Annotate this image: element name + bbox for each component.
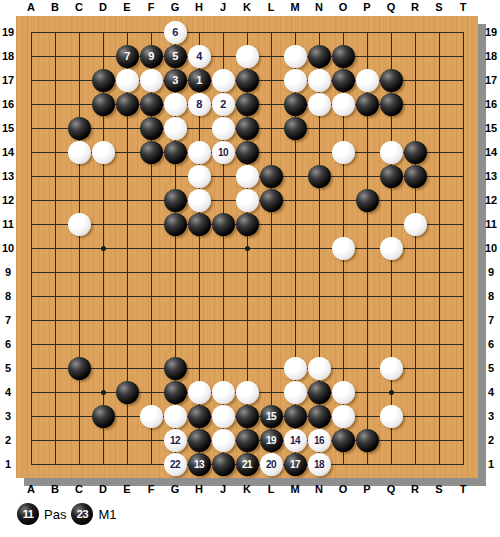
stone-H18: 4 [188,45,211,68]
move-number: 5 [172,50,178,62]
row-label-left: 15 [0,121,16,135]
stone-Q14 [380,141,403,164]
col-label-bottom: O [335,483,351,496]
move-number: 20 [266,459,276,470]
grid-line [31,272,464,273]
row-label-left: 16 [0,97,16,111]
stone-H3 [188,405,211,428]
stone-J2 [212,429,235,452]
move-number: 1 [196,74,202,86]
col-label-bottom: Q [383,483,399,496]
stone-D3 [92,405,115,428]
col-label-top: D [95,1,111,14]
stone-O17 [332,69,355,92]
stone-O18 [332,45,355,68]
star-point [389,390,394,395]
col-label-bottom: L [263,483,279,496]
col-label-bottom: E [119,483,135,496]
col-label-top: L [263,1,279,14]
stone-L2: 19 [260,429,283,452]
row-label-left: 2 [0,433,16,447]
col-label-top: E [119,1,135,14]
stone-H1: 13 [188,453,211,476]
col-label-bottom: A [23,483,39,496]
stone-L3: 15 [260,405,283,428]
row-label-right: 13 [483,169,499,183]
grid-line [31,344,464,345]
grid-line [463,32,464,465]
stone-K11 [236,213,259,236]
go-diagram: 11 Pas 23 M1 AA1919BB1818CC1717DD1616EE1… [0,0,500,537]
move-number: 4 [196,50,202,62]
col-label-top: H [191,1,207,14]
stone-N5 [308,357,331,380]
stone-Q17 [380,69,403,92]
row-label-left: 19 [0,25,16,39]
stone-H11 [188,213,211,236]
row-label-left: 12 [0,193,16,207]
stone-K18 [236,45,259,68]
stone-K12 [236,189,259,212]
row-label-left: 1 [0,457,16,471]
stone-M4 [284,381,307,404]
stone-Q13 [380,165,403,188]
stone-C15 [68,117,91,140]
col-label-bottom: J [215,483,231,496]
col-label-top: N [311,1,327,14]
move-number: 6 [172,26,178,38]
col-label-top: G [167,1,183,14]
row-label-right: 11 [483,217,499,231]
move-number: 19 [266,435,276,446]
move-number: 12 [170,435,180,446]
stone-C11 [68,213,91,236]
stone-J3 [212,405,235,428]
stone-G5 [164,357,187,380]
stone-M16 [284,93,307,116]
col-label-bottom: F [143,483,159,496]
stone-H4 [188,381,211,404]
move-number: 9 [148,50,154,62]
row-label-right: 16 [483,97,499,111]
col-label-top: A [23,1,39,14]
row-label-left: 17 [0,73,16,87]
stone-N13 [308,165,331,188]
row-label-left: 5 [0,361,16,375]
stone-M5 [284,357,307,380]
star-point [245,246,250,251]
stone-P16 [356,93,379,116]
row-label-right: 7 [483,313,499,327]
stone-O14 [332,141,355,164]
stone-N4 [308,381,331,404]
caption-move-stone: 11 [17,503,39,525]
stone-O16 [332,93,355,116]
stone-P12 [356,189,379,212]
stone-N2: 16 [308,429,331,452]
col-label-bottom: S [431,483,447,496]
stone-J15 [212,117,235,140]
row-label-right: 3 [483,409,499,423]
stone-M17 [284,69,307,92]
stone-R14 [404,141,427,164]
stone-K3 [236,405,259,428]
col-label-top: R [407,1,423,14]
row-label-right: 6 [483,337,499,351]
move-number: 17 [290,459,300,470]
row-label-right: 8 [483,289,499,303]
stone-D17 [92,69,115,92]
stone-J4 [212,381,235,404]
move-number: 18 [314,459,324,470]
row-label-right: 19 [483,25,499,39]
col-label-top: J [215,1,231,14]
stone-O3 [332,405,355,428]
row-label-left: 10 [0,241,16,255]
col-label-bottom: P [359,483,375,496]
move-number: 2 [220,98,226,110]
caption: 11 Pas 23 M1 [17,502,116,526]
stone-O10 [332,237,355,260]
stone-G15 [164,117,187,140]
row-label-right: 14 [483,145,499,159]
grid-line [415,32,416,465]
row-label-left: 9 [0,265,16,279]
stone-K2 [236,429,259,452]
row-label-left: 3 [0,409,16,423]
stone-G4 [164,381,187,404]
row-label-left: 6 [0,337,16,351]
stone-D14 [92,141,115,164]
move-number: 22 [170,459,180,470]
col-label-bottom: C [71,483,87,496]
stone-N1: 18 [308,453,331,476]
col-label-bottom: M [287,483,303,496]
col-label-bottom: K [239,483,255,496]
grid-line [31,296,464,297]
row-label-left: 18 [0,49,16,63]
grid-line [271,32,272,465]
stone-H2 [188,429,211,452]
col-label-bottom: T [455,483,471,496]
stone-F17 [140,69,163,92]
row-label-right: 2 [483,433,499,447]
col-label-top: T [455,1,471,14]
move-number: 13 [194,459,204,470]
stone-N3 [308,405,331,428]
col-label-top: K [239,1,255,14]
col-label-top: C [71,1,87,14]
stone-K1: 21 [236,453,259,476]
col-label-top: F [143,1,159,14]
stone-G12 [164,189,187,212]
col-label-top: P [359,1,375,14]
stone-L1: 20 [260,453,283,476]
stone-O2 [332,429,355,452]
stone-H13 [188,165,211,188]
row-label-right: 12 [483,193,499,207]
stone-F3 [140,405,163,428]
stone-P17 [356,69,379,92]
stone-M1: 17 [284,453,307,476]
stone-G19: 6 [164,21,187,44]
move-number: 8 [196,98,202,110]
move-number: 10 [218,147,228,158]
stone-J14: 10 [212,141,235,164]
stone-F14 [140,141,163,164]
move-number: 14 [290,435,300,446]
caption-move-text: M1 [98,507,116,522]
stone-Q3 [380,405,403,428]
stone-G14 [164,141,187,164]
stone-H17: 1 [188,69,211,92]
caption-move-text: Pas [44,507,66,522]
stone-N18 [308,45,331,68]
stone-K16 [236,93,259,116]
stone-H14 [188,141,211,164]
row-label-left: 7 [0,313,16,327]
col-label-bottom: R [407,483,423,496]
stone-J17 [212,69,235,92]
stone-P2 [356,429,379,452]
stone-L12 [260,189,283,212]
stone-M15 [284,117,307,140]
stone-Q16 [380,93,403,116]
stone-M2: 14 [284,429,307,452]
stone-N16 [308,93,331,116]
stone-F16 [140,93,163,116]
stone-H12 [188,189,211,212]
row-label-right: 17 [483,73,499,87]
caption-move-stone: 23 [71,503,93,525]
row-label-right: 9 [483,265,499,279]
row-label-left: 4 [0,385,16,399]
row-label-right: 1 [483,457,499,471]
stone-J1 [212,453,235,476]
stone-E16 [116,93,139,116]
grid-line [439,32,440,465]
stone-K17 [236,69,259,92]
stone-H16: 8 [188,93,211,116]
stone-F15 [140,117,163,140]
stone-E17 [116,69,139,92]
stone-K15 [236,117,259,140]
move-number: 16 [314,435,324,446]
star-point [101,390,106,395]
stone-O4 [332,381,355,404]
stone-G1: 22 [164,453,187,476]
col-label-top: B [47,1,63,14]
stone-G17: 3 [164,69,187,92]
stone-J16: 2 [212,93,235,116]
stone-L13 [260,165,283,188]
row-label-right: 4 [483,385,499,399]
col-label-bottom: G [167,483,183,496]
row-label-right: 10 [483,241,499,255]
row-label-right: 18 [483,49,499,63]
stone-M18 [284,45,307,68]
star-point [101,246,106,251]
stone-G11 [164,213,187,236]
row-label-right: 15 [483,121,499,135]
stone-K13 [236,165,259,188]
row-label-left: 14 [0,145,16,159]
stone-G18: 5 [164,45,187,68]
row-label-left: 13 [0,169,16,183]
stone-G16 [164,93,187,116]
row-label-left: 8 [0,289,16,303]
stone-G2: 12 [164,429,187,452]
col-label-top: S [431,1,447,14]
stone-K4 [236,381,259,404]
grid-line [31,320,464,321]
col-label-bottom: N [311,483,327,496]
col-label-bottom: H [191,483,207,496]
stone-M3 [284,405,307,428]
stone-C14 [68,141,91,164]
col-label-top: M [287,1,303,14]
col-label-top: Q [383,1,399,14]
stone-E18: 7 [116,45,139,68]
stone-C5 [68,357,91,380]
stone-J11 [212,213,235,236]
stone-G3 [164,405,187,428]
move-number: 21 [242,459,252,470]
stone-D16 [92,93,115,116]
stone-K14 [236,141,259,164]
stone-F18: 9 [140,45,163,68]
stone-N17 [308,69,331,92]
col-label-bottom: B [47,483,63,496]
stone-Q10 [380,237,403,260]
stone-Q5 [380,357,403,380]
stone-R11 [404,213,427,236]
stone-R13 [404,165,427,188]
row-label-right: 5 [483,361,499,375]
move-number: 3 [172,74,178,86]
col-label-bottom: D [95,483,111,496]
row-label-left: 11 [0,217,16,231]
move-number: 7 [124,50,130,62]
stone-E4 [116,381,139,404]
move-number: 15 [266,411,276,422]
col-label-top: O [335,1,351,14]
